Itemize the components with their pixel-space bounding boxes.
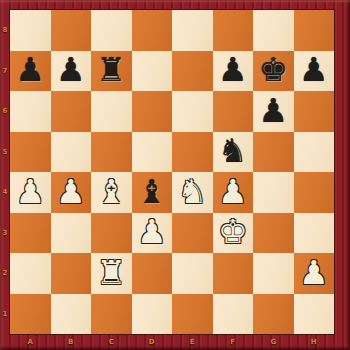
square-a5[interactable] xyxy=(10,132,51,173)
square-b3[interactable] xyxy=(51,213,92,254)
square-c2[interactable]: ♜ xyxy=(91,253,132,294)
square-e1[interactable] xyxy=(172,294,213,335)
square-c6[interactable] xyxy=(91,91,132,132)
square-c3[interactable] xyxy=(91,213,132,254)
piece-black-knight-f5[interactable]: ♞ xyxy=(218,134,248,167)
square-d8[interactable] xyxy=(132,10,173,51)
square-a6[interactable] xyxy=(10,91,51,132)
square-f3[interactable]: ♚ xyxy=(213,213,254,254)
square-b1[interactable] xyxy=(51,294,92,335)
square-c8[interactable] xyxy=(91,10,132,51)
square-f4[interactable]: ♟ xyxy=(213,172,254,213)
piece-black-king-g7[interactable]: ♚ xyxy=(258,53,288,86)
square-a3[interactable] xyxy=(10,213,51,254)
square-b2[interactable] xyxy=(51,253,92,294)
rank-label-6: 6 xyxy=(0,91,10,132)
piece-white-rook-c2[interactable]: ♜ xyxy=(96,256,126,289)
square-d1[interactable] xyxy=(132,294,173,335)
piece-black-rook-c7[interactable]: ♜ xyxy=(96,53,126,86)
square-a8[interactable] xyxy=(10,10,51,51)
square-g1[interactable] xyxy=(253,294,294,335)
piece-black-pawn-b7[interactable]: ♟ xyxy=(56,53,86,86)
square-c1[interactable] xyxy=(91,294,132,335)
square-h2[interactable]: ♟ xyxy=(294,253,335,294)
piece-white-knight-e4[interactable]: ♞ xyxy=(177,175,207,208)
square-d2[interactable] xyxy=(132,253,173,294)
square-b8[interactable] xyxy=(51,10,92,51)
square-g8[interactable] xyxy=(253,10,294,51)
square-h8[interactable] xyxy=(294,10,335,51)
square-g3[interactable] xyxy=(253,213,294,254)
rank-label-3: 3 xyxy=(0,213,10,254)
square-c7[interactable]: ♜ xyxy=(91,51,132,92)
piece-black-pawn-a7[interactable]: ♟ xyxy=(15,53,45,86)
square-e2[interactable] xyxy=(172,253,213,294)
piece-white-pawn-a4[interactable]: ♟ xyxy=(15,175,45,208)
piece-white-pawn-b4[interactable]: ♟ xyxy=(56,175,86,208)
square-h6[interactable] xyxy=(294,91,335,132)
chess-board: ♟♟♜♟♚♟♟♞♟♟♝♝♞♟♟♚♜♟ xyxy=(10,10,334,334)
piece-black-bishop-d4[interactable]: ♝ xyxy=(137,175,167,208)
file-label-h: H xyxy=(294,334,335,350)
square-f7[interactable]: ♟ xyxy=(213,51,254,92)
file-label-a: A xyxy=(10,334,51,350)
square-h7[interactable]: ♟ xyxy=(294,51,335,92)
piece-black-pawn-f7[interactable]: ♟ xyxy=(218,53,248,86)
piece-black-pawn-h7[interactable]: ♟ xyxy=(299,53,329,86)
square-g6[interactable]: ♟ xyxy=(253,91,294,132)
square-d7[interactable] xyxy=(132,51,173,92)
square-f1[interactable] xyxy=(213,294,254,335)
square-g7[interactable]: ♚ xyxy=(253,51,294,92)
piece-white-pawn-f4[interactable]: ♟ xyxy=(218,175,248,208)
square-g5[interactable] xyxy=(253,132,294,173)
square-b6[interactable] xyxy=(51,91,92,132)
square-e6[interactable] xyxy=(172,91,213,132)
square-e8[interactable] xyxy=(172,10,213,51)
file-label-e: E xyxy=(172,334,213,350)
square-a2[interactable] xyxy=(10,253,51,294)
piece-black-pawn-g6[interactable]: ♟ xyxy=(258,94,288,127)
square-e4[interactable]: ♞ xyxy=(172,172,213,213)
square-d4[interactable]: ♝ xyxy=(132,172,173,213)
square-d5[interactable] xyxy=(132,132,173,173)
square-f5[interactable]: ♞ xyxy=(213,132,254,173)
square-e3[interactable] xyxy=(172,213,213,254)
file-label-b: B xyxy=(51,334,92,350)
square-g4[interactable] xyxy=(253,172,294,213)
square-h4[interactable] xyxy=(294,172,335,213)
square-a1[interactable] xyxy=(10,294,51,335)
rank-label-7: 7 xyxy=(0,51,10,92)
square-d3[interactable]: ♟ xyxy=(132,213,173,254)
rank-label-5: 5 xyxy=(0,132,10,173)
rank-labels: 87654321 xyxy=(0,10,10,334)
square-f2[interactable] xyxy=(213,253,254,294)
square-h1[interactable] xyxy=(294,294,335,335)
square-h5[interactable] xyxy=(294,132,335,173)
file-label-d: D xyxy=(132,334,173,350)
rank-label-4: 4 xyxy=(0,172,10,213)
file-label-c: C xyxy=(91,334,132,350)
square-f6[interactable] xyxy=(213,91,254,132)
piece-white-king-f3[interactable]: ♚ xyxy=(218,215,248,248)
square-b7[interactable]: ♟ xyxy=(51,51,92,92)
file-labels: ABCDEFGH xyxy=(10,334,334,350)
square-c5[interactable] xyxy=(91,132,132,173)
square-b4[interactable]: ♟ xyxy=(51,172,92,213)
rank-label-1: 1 xyxy=(0,294,10,335)
square-g2[interactable] xyxy=(253,253,294,294)
square-d6[interactable] xyxy=(132,91,173,132)
file-label-g: G xyxy=(253,334,294,350)
square-b5[interactable] xyxy=(51,132,92,173)
square-e7[interactable] xyxy=(172,51,213,92)
square-e5[interactable] xyxy=(172,132,213,173)
square-h3[interactable] xyxy=(294,213,335,254)
file-label-f: F xyxy=(213,334,254,350)
square-c4[interactable]: ♝ xyxy=(91,172,132,213)
piece-white-pawn-h2[interactable]: ♟ xyxy=(299,256,329,289)
piece-white-pawn-d3[interactable]: ♟ xyxy=(137,215,167,248)
chess-board-frame: 87654321 ♟♟♜♟♚♟♟♞♟♟♝♝♞♟♟♚♜♟ ABCDEFGH xyxy=(0,0,350,350)
square-a4[interactable]: ♟ xyxy=(10,172,51,213)
piece-white-bishop-c4[interactable]: ♝ xyxy=(96,175,126,208)
rank-label-2: 2 xyxy=(0,253,10,294)
square-f8[interactable] xyxy=(213,10,254,51)
square-a7[interactable]: ♟ xyxy=(10,51,51,92)
rank-label-8: 8 xyxy=(0,10,10,51)
